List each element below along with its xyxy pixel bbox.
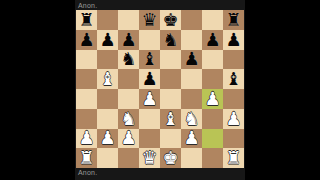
square-a4[interactable]	[76, 89, 97, 109]
square-g3[interactable]	[202, 109, 223, 129]
square-e2[interactable]	[160, 129, 181, 149]
piece-black-rook[interactable]: ♜	[78, 11, 94, 29]
piece-black-pawn[interactable]: ♟	[99, 31, 115, 49]
piece-white-pawn[interactable]: ♟	[204, 90, 220, 108]
piece-white-pawn[interactable]: ♟	[99, 129, 115, 147]
square-d1[interactable]: ♛	[139, 148, 160, 168]
square-b1[interactable]	[97, 148, 118, 168]
piece-white-king[interactable]: ♚	[162, 149, 178, 167]
piece-white-bishop[interactable]: ♝	[99, 70, 115, 88]
piece-black-bishop[interactable]: ♝	[141, 50, 157, 68]
top-player-bar: Anon.	[75, 0, 245, 10]
square-b7[interactable]: ♟	[97, 30, 118, 50]
square-f4[interactable]	[181, 89, 202, 109]
square-e4[interactable]	[160, 89, 181, 109]
square-c6[interactable]: ♞	[118, 50, 139, 70]
square-g5[interactable]	[202, 69, 223, 89]
square-h1[interactable]: ♜	[223, 148, 244, 168]
piece-black-pawn[interactable]: ♟	[141, 70, 157, 88]
content-column: Anon. ♜♛♚♜♟♟♟♞♟♟♞♝♟♝♟♝♟♟♞♝♞♟♟♟♟♟♜♛♚♜ Ano…	[75, 0, 245, 180]
square-g7[interactable]: ♟	[202, 30, 223, 50]
piece-black-pawn[interactable]: ♟	[225, 31, 241, 49]
square-c1[interactable]	[118, 148, 139, 168]
piece-white-rook[interactable]: ♜	[225, 149, 241, 167]
square-g6[interactable]	[202, 50, 223, 70]
square-f2[interactable]: ♟	[181, 129, 202, 149]
square-d6[interactable]: ♝	[139, 50, 160, 70]
square-h4[interactable]	[223, 89, 244, 109]
piece-white-rook[interactable]: ♜	[78, 149, 94, 167]
square-d8[interactable]: ♛	[139, 10, 160, 30]
square-g2[interactable]	[202, 129, 223, 149]
piece-black-bishop[interactable]: ♝	[225, 70, 241, 88]
square-f8[interactable]	[181, 10, 202, 30]
player-name-top: Anon.	[75, 2, 97, 9]
piece-black-pawn[interactable]: ♟	[120, 31, 136, 49]
square-f6[interactable]: ♟	[181, 50, 202, 70]
square-a1[interactable]: ♜	[76, 148, 97, 168]
video-frame: Anon. ♜♛♚♜♟♟♟♞♟♟♞♝♟♝♟♝♟♟♞♝♞♟♟♟♟♟♜♛♚♜ Ano…	[0, 0, 320, 180]
square-d4[interactable]: ♟	[139, 89, 160, 109]
square-e6[interactable]	[160, 50, 181, 70]
square-b2[interactable]: ♟	[97, 129, 118, 149]
right-black-bar	[245, 0, 320, 180]
square-e5[interactable]	[160, 69, 181, 89]
square-h3[interactable]: ♟	[223, 109, 244, 129]
square-c4[interactable]	[118, 89, 139, 109]
piece-white-bishop[interactable]: ♝	[162, 110, 178, 128]
square-b5[interactable]: ♝	[97, 69, 118, 89]
square-a5[interactable]	[76, 69, 97, 89]
square-h7[interactable]: ♟	[223, 30, 244, 50]
piece-white-knight[interactable]: ♞	[183, 110, 199, 128]
square-e7[interactable]: ♞	[160, 30, 181, 50]
piece-black-king[interactable]: ♚	[162, 11, 178, 29]
piece-black-knight[interactable]: ♞	[162, 31, 178, 49]
square-h6[interactable]	[223, 50, 244, 70]
square-b6[interactable]	[97, 50, 118, 70]
square-a7[interactable]: ♟	[76, 30, 97, 50]
piece-white-pawn[interactable]: ♟	[120, 129, 136, 147]
bottom-player-bar: Anon.	[75, 168, 245, 180]
square-d7[interactable]	[139, 30, 160, 50]
square-h5[interactable]: ♝	[223, 69, 244, 89]
square-b4[interactable]	[97, 89, 118, 109]
player-name-bottom: Anon.	[75, 169, 97, 176]
square-f7[interactable]	[181, 30, 202, 50]
piece-black-pawn[interactable]: ♟	[78, 31, 94, 49]
square-c5[interactable]	[118, 69, 139, 89]
square-c3[interactable]: ♞	[118, 109, 139, 129]
square-e1[interactable]: ♚	[160, 148, 181, 168]
square-c8[interactable]	[118, 10, 139, 30]
square-e8[interactable]: ♚	[160, 10, 181, 30]
square-a2[interactable]: ♟	[76, 129, 97, 149]
piece-white-knight[interactable]: ♞	[120, 110, 136, 128]
square-h2[interactable]	[223, 129, 244, 149]
piece-white-pawn[interactable]: ♟	[183, 129, 199, 147]
piece-black-knight[interactable]: ♞	[120, 50, 136, 68]
square-d5[interactable]: ♟	[139, 69, 160, 89]
piece-black-queen[interactable]: ♛	[141, 11, 157, 29]
square-f1[interactable]	[181, 148, 202, 168]
square-a8[interactable]: ♜	[76, 10, 97, 30]
square-a6[interactable]	[76, 50, 97, 70]
piece-white-pawn[interactable]: ♟	[225, 110, 241, 128]
square-g1[interactable]	[202, 148, 223, 168]
left-black-bar	[0, 0, 75, 180]
square-g8[interactable]	[202, 10, 223, 30]
square-f3[interactable]: ♞	[181, 109, 202, 129]
piece-black-rook[interactable]: ♜	[225, 11, 241, 29]
piece-white-pawn[interactable]: ♟	[141, 90, 157, 108]
square-g4[interactable]: ♟	[202, 89, 223, 109]
chess-board[interactable]: ♜♛♚♜♟♟♟♞♟♟♞♝♟♝♟♝♟♟♞♝♞♟♟♟♟♟♜♛♚♜	[76, 10, 244, 168]
square-h8[interactable]: ♜	[223, 10, 244, 30]
square-d3[interactable]	[139, 109, 160, 129]
square-d2[interactable]	[139, 129, 160, 149]
square-f5[interactable]	[181, 69, 202, 89]
square-a3[interactable]	[76, 109, 97, 129]
square-e3[interactable]: ♝	[160, 109, 181, 129]
piece-black-pawn[interactable]: ♟	[204, 31, 220, 49]
square-c7[interactable]: ♟	[118, 30, 139, 50]
piece-white-queen[interactable]: ♛	[141, 149, 157, 167]
square-c2[interactable]: ♟	[118, 129, 139, 149]
piece-white-pawn[interactable]: ♟	[78, 129, 94, 147]
square-b3[interactable]	[97, 109, 118, 129]
piece-black-pawn[interactable]: ♟	[183, 50, 199, 68]
square-b8[interactable]	[97, 10, 118, 30]
